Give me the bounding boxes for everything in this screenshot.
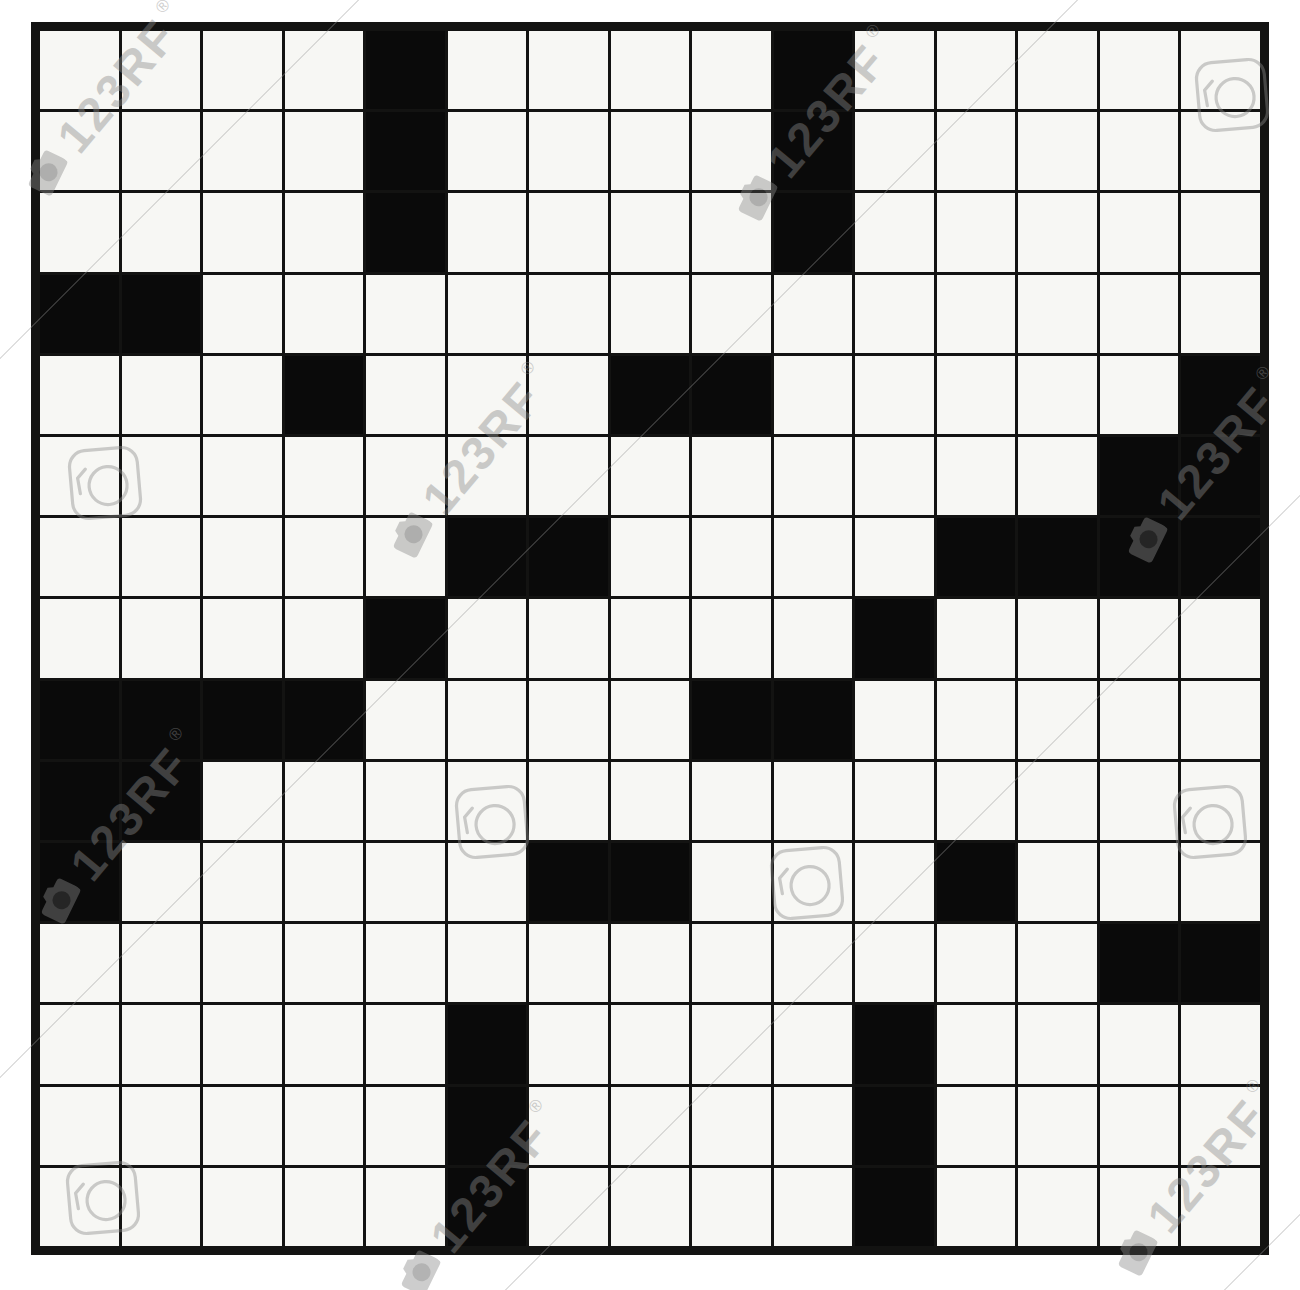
cell-r9c8-white[interactable]: [611, 681, 690, 759]
cell-r7c14-black: [1100, 518, 1179, 596]
cell-r13c13-white[interactable]: [1018, 1005, 1097, 1083]
cell-r9c15-white[interactable]: [1181, 681, 1260, 759]
cell-r14c7-white[interactable]: [529, 1087, 608, 1165]
cell-r1c9-white[interactable]: [692, 31, 771, 109]
cell-r14c2-white[interactable]: [122, 1087, 201, 1165]
cell-r4c5-white[interactable]: [366, 275, 445, 353]
cell-r5c12-white[interactable]: [937, 356, 1016, 434]
cell-r1c10-black: [774, 31, 853, 109]
cell-r1c4-white[interactable]: [285, 31, 364, 109]
cell-r2c5-black: [366, 112, 445, 190]
cell-r8c9-white[interactable]: [692, 599, 771, 677]
cell-r7c12-black: [937, 518, 1016, 596]
cell-r1c14-white[interactable]: [1100, 31, 1179, 109]
cell-r10c11-white[interactable]: [855, 762, 934, 840]
cell-r1c11-white[interactable]: [855, 31, 934, 109]
cell-r3c10-black: [774, 193, 853, 271]
cell-r11c10-white[interactable]: [774, 843, 853, 921]
cell-r12c12-white[interactable]: [937, 924, 1016, 1002]
cell-r15c1-white[interactable]: [40, 1168, 119, 1246]
cell-r6c12-white[interactable]: [937, 437, 1016, 515]
cell-r9c13-white[interactable]: [1018, 681, 1097, 759]
cell-r12c10-white[interactable]: [774, 924, 853, 1002]
cell-r12c13-white[interactable]: [1018, 924, 1097, 1002]
cell-r13c6-black: [448, 1005, 527, 1083]
cell-r5c11-white[interactable]: [855, 356, 934, 434]
cell-r3c2-white[interactable]: [122, 193, 201, 271]
cell-r5c4-black: [285, 356, 364, 434]
cell-r5c10-white[interactable]: [774, 356, 853, 434]
cell-r13c2-white[interactable]: [122, 1005, 201, 1083]
cell-r6c15-black: [1181, 437, 1260, 515]
cell-r15c5-white[interactable]: [366, 1168, 445, 1246]
cell-r5c2-white[interactable]: [122, 356, 201, 434]
cell-r11c2-white[interactable]: [122, 843, 201, 921]
cell-r13c8-white[interactable]: [611, 1005, 690, 1083]
cell-r1c7-white[interactable]: [529, 31, 608, 109]
cell-r13c1-white[interactable]: [40, 1005, 119, 1083]
cell-r7c6-black: [448, 518, 527, 596]
cell-r14c4-white[interactable]: [285, 1087, 364, 1165]
cell-r3c5-black: [366, 193, 445, 271]
cell-r11c8-black: [611, 843, 690, 921]
cell-r2c13-white[interactable]: [1018, 112, 1097, 190]
cell-r1c3-white[interactable]: [203, 31, 282, 109]
cell-r11c5-white[interactable]: [366, 843, 445, 921]
cell-r5c1-white[interactable]: [40, 356, 119, 434]
cell-r15c8-white[interactable]: [611, 1168, 690, 1246]
cell-r15c13-white[interactable]: [1018, 1168, 1097, 1246]
cell-r11c11-white[interactable]: [855, 843, 934, 921]
cell-r7c10-white[interactable]: [774, 518, 853, 596]
cell-r13c9-white[interactable]: [692, 1005, 771, 1083]
cell-r2c3-white[interactable]: [203, 112, 282, 190]
cell-r8c14-white[interactable]: [1100, 599, 1179, 677]
cell-r2c7-white[interactable]: [529, 112, 608, 190]
cell-r14c11-black: [855, 1087, 934, 1165]
cell-r10c6-white[interactable]: [448, 762, 527, 840]
cell-r14c6-black: [448, 1087, 527, 1165]
cell-r1c13-white[interactable]: [1018, 31, 1097, 109]
cell-r9c1-black: [40, 681, 119, 759]
cell-r5c14-white[interactable]: [1100, 356, 1179, 434]
cell-r12c3-white[interactable]: [203, 924, 282, 1002]
cell-r7c15-black: [1181, 518, 1260, 596]
cell-r15c2-white[interactable]: [122, 1168, 201, 1246]
cell-r9c2-black: [122, 681, 201, 759]
cell-r6c14-black: [1100, 437, 1179, 515]
cell-r10c15-white[interactable]: [1181, 762, 1260, 840]
cell-r9c4-black: [285, 681, 364, 759]
cell-r8c6-white[interactable]: [448, 599, 527, 677]
cell-r8c2-white[interactable]: [122, 599, 201, 677]
cell-r11c1-black: [40, 843, 119, 921]
cell-r1c5-black: [366, 31, 445, 109]
cell-r9c14-white[interactable]: [1100, 681, 1179, 759]
cell-r8c8-white[interactable]: [611, 599, 690, 677]
cell-r14c10-white[interactable]: [774, 1087, 853, 1165]
cell-r7c7-black: [529, 518, 608, 596]
cell-r12c2-white[interactable]: [122, 924, 201, 1002]
cell-r11c9-white[interactable]: [692, 843, 771, 921]
cell-r8c12-white[interactable]: [937, 599, 1016, 677]
cell-r6c8-white[interactable]: [611, 437, 690, 515]
cell-r14c15-white[interactable]: [1181, 1087, 1260, 1165]
cell-r1c1-white[interactable]: [40, 31, 119, 109]
cell-r4c9-white[interactable]: [692, 275, 771, 353]
cell-r8c15-white[interactable]: [1181, 599, 1260, 677]
cell-r4c11-white[interactable]: [855, 275, 934, 353]
cell-r3c4-white[interactable]: [285, 193, 364, 271]
cell-r4c8-white[interactable]: [611, 275, 690, 353]
cell-r12c5-white[interactable]: [366, 924, 445, 1002]
cell-r15c15-white[interactable]: [1181, 1168, 1260, 1246]
cell-r11c4-white[interactable]: [285, 843, 364, 921]
cell-r8c5-black: [366, 599, 445, 677]
cell-r13c7-white[interactable]: [529, 1005, 608, 1083]
cell-r10c9-white[interactable]: [692, 762, 771, 840]
cell-r12c6-white[interactable]: [448, 924, 527, 1002]
cell-r8c13-white[interactable]: [1018, 599, 1097, 677]
cell-r6c9-white[interactable]: [692, 437, 771, 515]
cell-r1c12-white[interactable]: [937, 31, 1016, 109]
cell-r13c4-white[interactable]: [285, 1005, 364, 1083]
cell-r10c8-white[interactable]: [611, 762, 690, 840]
cell-r8c11-black: [855, 599, 934, 677]
cell-r5c7-white[interactable]: [529, 356, 608, 434]
cell-r12c15-black: [1181, 924, 1260, 1002]
cell-r2c1-white[interactable]: [40, 112, 119, 190]
cell-r14c9-white[interactable]: [692, 1087, 771, 1165]
cell-r15c4-white[interactable]: [285, 1168, 364, 1246]
cell-r4c7-white[interactable]: [529, 275, 608, 353]
cell-r6c6-white[interactable]: [448, 437, 527, 515]
cell-r8c7-white[interactable]: [529, 599, 608, 677]
cell-r14c8-white[interactable]: [611, 1087, 690, 1165]
cell-r9c5-white[interactable]: [366, 681, 445, 759]
cell-r7c11-white[interactable]: [855, 518, 934, 596]
cell-r13c11-black: [855, 1005, 934, 1083]
cell-r1c8-white[interactable]: [611, 31, 690, 109]
cell-r6c1-white[interactable]: [40, 437, 119, 515]
cell-r14c12-white[interactable]: [937, 1087, 1016, 1165]
cell-r10c14-white[interactable]: [1100, 762, 1179, 840]
cell-r15c7-white[interactable]: [529, 1168, 608, 1246]
cell-r2c6-white[interactable]: [448, 112, 527, 190]
cell-r15c11-black: [855, 1168, 934, 1246]
cell-r12c11-white[interactable]: [855, 924, 934, 1002]
cell-r1c15-white[interactable]: [1181, 31, 1260, 109]
cell-r10c10-white[interactable]: [774, 762, 853, 840]
cell-r6c7-white[interactable]: [529, 437, 608, 515]
cell-r11c15-white[interactable]: [1181, 843, 1260, 921]
cell-r5c3-white[interactable]: [203, 356, 282, 434]
cell-r13c12-white[interactable]: [937, 1005, 1016, 1083]
cell-r8c1-white[interactable]: [40, 599, 119, 677]
cell-r8c4-white[interactable]: [285, 599, 364, 677]
cell-r12c8-white[interactable]: [611, 924, 690, 1002]
cell-r7c9-white[interactable]: [692, 518, 771, 596]
cell-r14c14-white[interactable]: [1100, 1087, 1179, 1165]
cell-r12c14-black: [1100, 924, 1179, 1002]
cell-r4c6-white[interactable]: [448, 275, 527, 353]
cell-r11c7-black: [529, 843, 608, 921]
cell-r1c2-white[interactable]: [122, 31, 201, 109]
cell-r4c4-white[interactable]: [285, 275, 364, 353]
cell-r3c3-white[interactable]: [203, 193, 282, 271]
cell-r10c2-black: [122, 762, 201, 840]
cell-r7c2-white[interactable]: [122, 518, 201, 596]
cell-r5c6-white[interactable]: [448, 356, 527, 434]
cell-r4c15-white[interactable]: [1181, 275, 1260, 353]
cell-r10c12-white[interactable]: [937, 762, 1016, 840]
cell-r14c5-white[interactable]: [366, 1087, 445, 1165]
cell-r13c14-white[interactable]: [1100, 1005, 1179, 1083]
cell-r7c1-white[interactable]: [40, 518, 119, 596]
cell-r10c1-black: [40, 762, 119, 840]
cell-r4c14-white[interactable]: [1100, 275, 1179, 353]
cell-r6c2-white[interactable]: [122, 437, 201, 515]
cell-r5c9-black: [692, 356, 771, 434]
cell-r4c1-black: [40, 275, 119, 353]
cell-r15c14-white[interactable]: [1100, 1168, 1179, 1246]
cell-r14c1-white[interactable]: [40, 1087, 119, 1165]
cell-r9c9-black: [692, 681, 771, 759]
crossword-grid: [31, 22, 1269, 1255]
cell-r2c9-white[interactable]: [692, 112, 771, 190]
cell-r11c6-white[interactable]: [448, 843, 527, 921]
cell-r4c10-white[interactable]: [774, 275, 853, 353]
cell-r5c8-black: [611, 356, 690, 434]
cell-r2c11-white[interactable]: [855, 112, 934, 190]
cell-r2c8-white[interactable]: [611, 112, 690, 190]
cell-r3c15-white[interactable]: [1181, 193, 1260, 271]
cell-r4c2-black: [122, 275, 201, 353]
cell-r6c3-white[interactable]: [203, 437, 282, 515]
cell-r3c14-white[interactable]: [1100, 193, 1179, 271]
cell-r15c12-white[interactable]: [937, 1168, 1016, 1246]
cell-r6c11-white[interactable]: [855, 437, 934, 515]
cell-r7c13-black: [1018, 518, 1097, 596]
cell-r3c11-white[interactable]: [855, 193, 934, 271]
cell-r8c3-white[interactable]: [203, 599, 282, 677]
cell-r6c13-white[interactable]: [1018, 437, 1097, 515]
cell-r11c14-white[interactable]: [1100, 843, 1179, 921]
cell-r13c10-white[interactable]: [774, 1005, 853, 1083]
cell-r4c12-white[interactable]: [937, 275, 1016, 353]
cell-r7c5-white[interactable]: [366, 518, 445, 596]
cell-r6c5-white[interactable]: [366, 437, 445, 515]
cell-r15c3-white[interactable]: [203, 1168, 282, 1246]
cell-r4c3-white[interactable]: [203, 275, 282, 353]
cell-r10c4-white[interactable]: [285, 762, 364, 840]
cell-r3c9-white[interactable]: [692, 193, 771, 271]
registered-mark: ®: [152, 0, 175, 18]
cell-r10c5-white[interactable]: [366, 762, 445, 840]
cell-r13c3-white[interactable]: [203, 1005, 282, 1083]
cell-r3c6-white[interactable]: [448, 193, 527, 271]
cell-r15c9-white[interactable]: [692, 1168, 771, 1246]
cell-r6c10-white[interactable]: [774, 437, 853, 515]
cell-r5c15-black: [1181, 356, 1260, 434]
cell-r2c10-black: [774, 112, 853, 190]
cell-r15c6-black: [448, 1168, 527, 1246]
cell-r5c13-white[interactable]: [1018, 356, 1097, 434]
cell-r10c13-white[interactable]: [1018, 762, 1097, 840]
cell-r2c14-white[interactable]: [1100, 112, 1179, 190]
cell-r3c12-white[interactable]: [937, 193, 1016, 271]
cell-r1c6-white[interactable]: [448, 31, 527, 109]
cell-r9c3-black: [203, 681, 282, 759]
cell-r12c7-white[interactable]: [529, 924, 608, 1002]
stock-photo-canvas: 123RF®123RF®123RF®123RF®123RF®123RF®123R…: [0, 0, 1300, 1290]
cell-r9c10-black: [774, 681, 853, 759]
cell-r8c10-white[interactable]: [774, 599, 853, 677]
cell-r13c5-white[interactable]: [366, 1005, 445, 1083]
cell-r3c13-white[interactable]: [1018, 193, 1097, 271]
cell-r13c15-white[interactable]: [1181, 1005, 1260, 1083]
cell-r9c6-white[interactable]: [448, 681, 527, 759]
cell-r7c4-white[interactable]: [285, 518, 364, 596]
cell-r2c12-white[interactable]: [937, 112, 1016, 190]
cell-r9c7-white[interactable]: [529, 681, 608, 759]
cell-r3c1-white[interactable]: [40, 193, 119, 271]
cell-r5c5-white[interactable]: [366, 356, 445, 434]
cell-r2c2-white[interactable]: [122, 112, 201, 190]
cell-r3c7-white[interactable]: [529, 193, 608, 271]
cell-r4c13-white[interactable]: [1018, 275, 1097, 353]
cell-r6c4-white[interactable]: [285, 437, 364, 515]
cell-r3c8-white[interactable]: [611, 193, 690, 271]
cell-r11c12-black: [937, 843, 1016, 921]
cell-r14c13-white[interactable]: [1018, 1087, 1097, 1165]
cell-r12c1-white[interactable]: [40, 924, 119, 1002]
cell-r9c11-white[interactable]: [855, 681, 934, 759]
cell-r7c3-white[interactable]: [203, 518, 282, 596]
cell-r7c8-white[interactable]: [611, 518, 690, 596]
cell-r2c15-white[interactable]: [1181, 112, 1260, 190]
cell-r10c7-white[interactable]: [529, 762, 608, 840]
cell-r11c13-white[interactable]: [1018, 843, 1097, 921]
cell-r9c12-white[interactable]: [937, 681, 1016, 759]
cell-r11c3-white[interactable]: [203, 843, 282, 921]
cell-r10c3-white[interactable]: [203, 762, 282, 840]
cell-r12c9-white[interactable]: [692, 924, 771, 1002]
cell-r15c10-white[interactable]: [774, 1168, 853, 1246]
cell-r2c4-white[interactable]: [285, 112, 364, 190]
cell-r14c3-white[interactable]: [203, 1087, 282, 1165]
cell-r12c4-white[interactable]: [285, 924, 364, 1002]
